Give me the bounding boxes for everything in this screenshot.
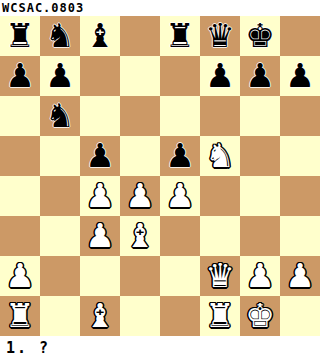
- piece-black-pawn[interactable]: ♟: [285, 56, 315, 96]
- chess-board: ♜♞♝♜♛♚♟♟♟♟♟♞♟♟♞♟♟♟♟♝♟♛♟♟♜♝♜♚: [0, 16, 320, 336]
- square-c5[interactable]: ♟: [80, 136, 120, 176]
- square-b7[interactable]: ♟: [40, 56, 80, 96]
- square-h4[interactable]: [280, 176, 320, 216]
- square-g4[interactable]: [240, 176, 280, 216]
- piece-white-pawn[interactable]: ♟: [285, 256, 315, 296]
- square-g8[interactable]: ♚: [240, 16, 280, 56]
- square-d4[interactable]: ♟: [120, 176, 160, 216]
- square-a1[interactable]: ♜: [0, 296, 40, 336]
- square-a4[interactable]: [0, 176, 40, 216]
- piece-white-pawn[interactable]: ♟: [245, 256, 275, 296]
- square-e7[interactable]: [160, 56, 200, 96]
- square-g7[interactable]: ♟: [240, 56, 280, 96]
- piece-black-pawn[interactable]: ♟: [45, 56, 75, 96]
- square-d5[interactable]: [120, 136, 160, 176]
- square-h2[interactable]: ♟: [280, 256, 320, 296]
- square-d1[interactable]: [120, 296, 160, 336]
- square-e2[interactable]: [160, 256, 200, 296]
- square-e3[interactable]: [160, 216, 200, 256]
- square-d2[interactable]: [120, 256, 160, 296]
- square-c7[interactable]: [80, 56, 120, 96]
- piece-white-pawn[interactable]: ♟: [85, 176, 115, 216]
- square-e8[interactable]: ♜: [160, 16, 200, 56]
- square-g1[interactable]: ♚: [240, 296, 280, 336]
- square-f8[interactable]: ♛: [200, 16, 240, 56]
- square-f5[interactable]: ♞: [200, 136, 240, 176]
- square-g3[interactable]: [240, 216, 280, 256]
- window-title: WCSAC.0803: [0, 0, 320, 16]
- square-h6[interactable]: [280, 96, 320, 136]
- square-d3[interactable]: ♝: [120, 216, 160, 256]
- piece-black-pawn[interactable]: ♟: [85, 136, 115, 176]
- square-b1[interactable]: [40, 296, 80, 336]
- square-b6[interactable]: ♞: [40, 96, 80, 136]
- square-c2[interactable]: [80, 256, 120, 296]
- square-a5[interactable]: [0, 136, 40, 176]
- square-f2[interactable]: ♛: [200, 256, 240, 296]
- piece-black-knight[interactable]: ♞: [45, 96, 75, 136]
- square-e4[interactable]: ♟: [160, 176, 200, 216]
- square-a7[interactable]: ♟: [0, 56, 40, 96]
- square-a2[interactable]: ♟: [0, 256, 40, 296]
- piece-white-rook[interactable]: ♜: [5, 296, 35, 336]
- square-f7[interactable]: ♟: [200, 56, 240, 96]
- square-c6[interactable]: [80, 96, 120, 136]
- piece-black-knight[interactable]: ♞: [45, 16, 75, 56]
- square-d7[interactable]: [120, 56, 160, 96]
- piece-black-pawn[interactable]: ♟: [165, 136, 195, 176]
- piece-white-king[interactable]: ♚: [245, 296, 275, 336]
- piece-white-pawn[interactable]: ♟: [165, 176, 195, 216]
- square-e5[interactable]: ♟: [160, 136, 200, 176]
- square-h7[interactable]: ♟: [280, 56, 320, 96]
- square-h5[interactable]: [280, 136, 320, 176]
- square-e6[interactable]: [160, 96, 200, 136]
- piece-white-bishop[interactable]: ♝: [85, 296, 115, 336]
- square-b5[interactable]: [40, 136, 80, 176]
- piece-black-bishop[interactable]: ♝: [85, 16, 115, 56]
- square-f4[interactable]: [200, 176, 240, 216]
- square-h3[interactable]: [280, 216, 320, 256]
- square-b4[interactable]: [40, 176, 80, 216]
- piece-white-pawn[interactable]: ♟: [5, 256, 35, 296]
- square-g6[interactable]: [240, 96, 280, 136]
- square-c8[interactable]: ♝: [80, 16, 120, 56]
- square-c3[interactable]: ♟: [80, 216, 120, 256]
- square-e1[interactable]: [160, 296, 200, 336]
- square-a6[interactable]: [0, 96, 40, 136]
- square-b3[interactable]: [40, 216, 80, 256]
- piece-black-pawn[interactable]: ♟: [245, 56, 275, 96]
- piece-white-pawn[interactable]: ♟: [125, 176, 155, 216]
- piece-white-queen[interactable]: ♛: [205, 256, 235, 296]
- square-c1[interactable]: ♝: [80, 296, 120, 336]
- piece-white-bishop[interactable]: ♝: [125, 216, 155, 256]
- piece-white-pawn[interactable]: ♟: [85, 216, 115, 256]
- square-b8[interactable]: ♞: [40, 16, 80, 56]
- square-a8[interactable]: ♜: [0, 16, 40, 56]
- square-d8[interactable]: [120, 16, 160, 56]
- piece-black-queen[interactable]: ♛: [205, 16, 235, 56]
- piece-white-rook[interactable]: ♜: [205, 296, 235, 336]
- square-b2[interactable]: [40, 256, 80, 296]
- piece-black-king[interactable]: ♚: [245, 16, 275, 56]
- piece-black-pawn[interactable]: ♟: [205, 56, 235, 96]
- move-prompt: 1. ?: [0, 336, 320, 360]
- square-f3[interactable]: [200, 216, 240, 256]
- square-d6[interactable]: [120, 96, 160, 136]
- piece-black-pawn[interactable]: ♟: [5, 56, 35, 96]
- square-h1[interactable]: [280, 296, 320, 336]
- square-g2[interactable]: ♟: [240, 256, 280, 296]
- square-f6[interactable]: [200, 96, 240, 136]
- square-a3[interactable]: [0, 216, 40, 256]
- square-h8[interactable]: [280, 16, 320, 56]
- square-g5[interactable]: [240, 136, 280, 176]
- square-f1[interactable]: ♜: [200, 296, 240, 336]
- piece-black-rook[interactable]: ♜: [5, 16, 35, 56]
- square-c4[interactable]: ♟: [80, 176, 120, 216]
- piece-white-knight[interactable]: ♞: [205, 136, 235, 176]
- piece-black-rook[interactable]: ♜: [165, 16, 195, 56]
- chess-app-window: WCSAC.0803 ♜♞♝♜♛♚♟♟♟♟♟♞♟♟♞♟♟♟♟♝♟♛♟♟♜♝♜♚ …: [0, 0, 320, 360]
